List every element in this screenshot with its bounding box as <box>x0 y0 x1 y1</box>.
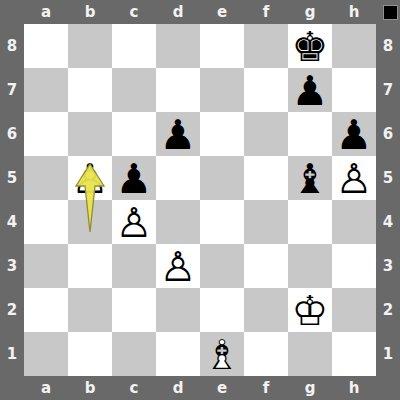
square-a3[interactable] <box>24 244 68 288</box>
square-a2[interactable] <box>24 288 68 332</box>
square-b1[interactable] <box>68 332 112 376</box>
square-d2[interactable] <box>156 288 200 332</box>
square-g4[interactable] <box>288 200 332 244</box>
piece-glyph-layer: ♗ <box>200 332 244 376</box>
file-label-c: c <box>112 376 156 400</box>
file-label-b: b <box>68 376 112 400</box>
square-b5[interactable]: ♟♙ <box>68 156 112 200</box>
file-label-f: f <box>244 0 288 24</box>
square-h7[interactable] <box>332 68 376 112</box>
square-e1[interactable]: ♝♗ <box>200 332 244 376</box>
black-pawn[interactable]: ♙♟ <box>332 112 376 156</box>
black-pawn[interactable]: ♙♟ <box>112 156 156 200</box>
square-c2[interactable] <box>112 288 156 332</box>
rank-label-3: 3 <box>0 244 24 288</box>
square-h2[interactable] <box>332 288 376 332</box>
rank-label-1: 1 <box>376 332 400 376</box>
rank-label-4: 4 <box>0 200 24 244</box>
rank-label-5: 5 <box>0 156 24 200</box>
square-f4[interactable] <box>244 200 288 244</box>
square-g7[interactable]: ♙♟ <box>288 68 332 112</box>
piece-glyph-layer: ♟ <box>112 156 156 200</box>
black-king[interactable]: ♔♚ <box>288 24 332 68</box>
black-to-move-indicator <box>383 5 398 20</box>
rank-labels-right: 87654321 <box>376 24 400 376</box>
square-d7[interactable] <box>156 68 200 112</box>
rank-label-6: 6 <box>376 112 400 156</box>
piece-glyph-layer: ♚ <box>288 24 332 68</box>
square-d4[interactable] <box>156 200 200 244</box>
square-d3[interactable]: ♟♙ <box>156 244 200 288</box>
file-label-f: f <box>244 376 288 400</box>
square-c7[interactable] <box>112 68 156 112</box>
white-bishop[interactable]: ♝♗ <box>200 332 244 376</box>
rank-label-7: 7 <box>0 68 24 112</box>
rank-label-1: 1 <box>0 332 24 376</box>
file-label-e: e <box>200 0 244 24</box>
square-a8[interactable] <box>24 24 68 68</box>
rank-label-8: 8 <box>0 24 24 68</box>
square-c8[interactable] <box>112 24 156 68</box>
file-labels-top: abcdefgh <box>24 0 376 24</box>
square-c6[interactable] <box>112 112 156 156</box>
square-f6[interactable] <box>244 112 288 156</box>
rank-label-6: 6 <box>0 112 24 156</box>
file-label-h: h <box>332 376 376 400</box>
square-d1[interactable] <box>156 332 200 376</box>
white-pawn[interactable]: ♟♙ <box>332 156 376 200</box>
file-label-d: d <box>156 376 200 400</box>
square-b2[interactable] <box>68 288 112 332</box>
rank-label-8: 8 <box>376 24 400 68</box>
square-e5[interactable] <box>200 156 244 200</box>
square-e8[interactable] <box>200 24 244 68</box>
square-f3[interactable] <box>244 244 288 288</box>
rank-label-2: 2 <box>376 288 400 332</box>
file-labels-bottom: abcdefgh <box>24 376 376 400</box>
file-label-a: a <box>24 376 68 400</box>
piece-glyph-layer: ♟ <box>288 68 332 112</box>
square-e2[interactable] <box>200 288 244 332</box>
piece-glyph-layer: ♝ <box>288 156 332 200</box>
square-f5[interactable] <box>244 156 288 200</box>
square-d6[interactable]: ♙♟ <box>156 112 200 156</box>
square-g5[interactable]: ♗♝ <box>288 156 332 200</box>
white-pawn[interactable]: ♟♙ <box>68 156 112 200</box>
square-a4[interactable] <box>24 200 68 244</box>
square-a5[interactable] <box>24 156 68 200</box>
square-h6[interactable]: ♙♟ <box>332 112 376 156</box>
piece-glyph-layer: ♙ <box>156 244 200 288</box>
square-f1[interactable] <box>244 332 288 376</box>
piece-glyph-layer: ♟ <box>156 112 200 156</box>
square-g2[interactable]: ♚♔ <box>288 288 332 332</box>
white-pawn[interactable]: ♟♙ <box>156 244 200 288</box>
file-label-h: h <box>332 0 376 24</box>
square-a1[interactable] <box>24 332 68 376</box>
piece-glyph-layer: ♙ <box>112 200 156 244</box>
rank-label-3: 3 <box>376 244 400 288</box>
black-pawn[interactable]: ♙♟ <box>156 112 200 156</box>
square-a7[interactable] <box>24 68 68 112</box>
square-b8[interactable] <box>68 24 112 68</box>
file-label-b: b <box>68 0 112 24</box>
square-c4[interactable]: ♟♙ <box>112 200 156 244</box>
square-e3[interactable] <box>200 244 244 288</box>
square-c5[interactable]: ♙♟ <box>112 156 156 200</box>
square-a6[interactable] <box>24 112 68 156</box>
square-f7[interactable] <box>244 68 288 112</box>
square-g6[interactable] <box>288 112 332 156</box>
square-f2[interactable] <box>244 288 288 332</box>
square-b4[interactable] <box>68 200 112 244</box>
file-label-e: e <box>200 376 244 400</box>
square-h3[interactable] <box>332 244 376 288</box>
chess-board[interactable]: ♔♚♙♟♙♟♙♟♟♙♙♟♗♝♟♙♟♙♟♙♚♔♝♗ <box>24 24 376 376</box>
black-bishop[interactable]: ♗♝ <box>288 156 332 200</box>
square-b3[interactable] <box>68 244 112 288</box>
square-h8[interactable] <box>332 24 376 68</box>
square-f8[interactable] <box>244 24 288 68</box>
square-b6[interactable] <box>68 112 112 156</box>
square-h1[interactable] <box>332 332 376 376</box>
rank-label-4: 4 <box>376 200 400 244</box>
white-king[interactable]: ♚♔ <box>288 288 332 332</box>
rank-labels-left: 87654321 <box>0 24 24 376</box>
square-h5[interactable]: ♟♙ <box>332 156 376 200</box>
piece-glyph-layer: ♙ <box>68 156 112 200</box>
chess-board-frame: abcdefgh abcdefgh 87654321 87654321 ♔♚♙♟… <box>0 0 400 400</box>
square-e7[interactable] <box>200 68 244 112</box>
rank-label-2: 2 <box>0 288 24 332</box>
file-label-g: g <box>288 376 332 400</box>
file-label-d: d <box>156 0 200 24</box>
square-b7[interactable] <box>68 68 112 112</box>
piece-glyph-layer: ♔ <box>288 288 332 332</box>
square-e6[interactable] <box>200 112 244 156</box>
square-g1[interactable] <box>288 332 332 376</box>
piece-glyph-layer: ♟ <box>332 112 376 156</box>
file-label-g: g <box>288 0 332 24</box>
rank-label-5: 5 <box>376 156 400 200</box>
square-g8[interactable]: ♔♚ <box>288 24 332 68</box>
square-c1[interactable] <box>112 332 156 376</box>
rank-label-7: 7 <box>376 68 400 112</box>
square-e4[interactable] <box>200 200 244 244</box>
square-d8[interactable] <box>156 24 200 68</box>
piece-glyph-layer: ♙ <box>332 156 376 200</box>
square-c3[interactable] <box>112 244 156 288</box>
white-pawn[interactable]: ♟♙ <box>112 200 156 244</box>
file-label-a: a <box>24 0 68 24</box>
square-d5[interactable] <box>156 156 200 200</box>
square-g3[interactable] <box>288 244 332 288</box>
square-h4[interactable] <box>332 200 376 244</box>
file-label-c: c <box>112 0 156 24</box>
black-pawn[interactable]: ♙♟ <box>288 68 332 112</box>
